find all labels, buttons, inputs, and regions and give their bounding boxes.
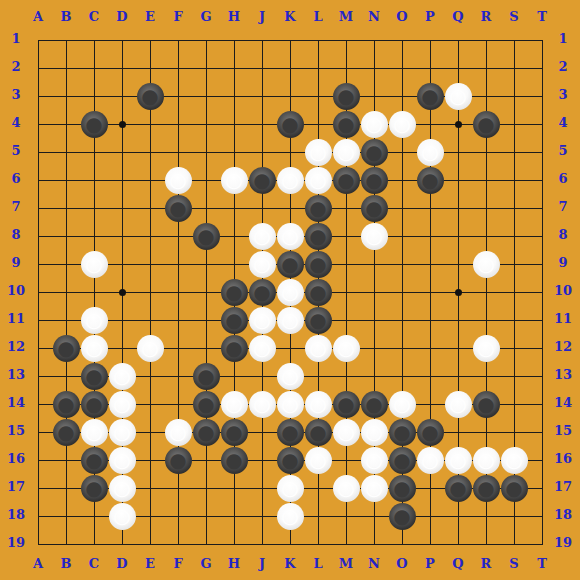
black-stone-C14: ● (81, 391, 108, 418)
row-label: 6 (550, 171, 576, 186)
column-label: Q (444, 9, 472, 24)
white-stone-M17: ○ (333, 475, 360, 502)
column-label: B (52, 9, 80, 24)
black-stone-L11: ● (305, 307, 332, 334)
black-stone-N7: ● (361, 195, 388, 222)
white-stone-D14: ○ (109, 391, 136, 418)
black-stone-O18: ● (389, 503, 416, 530)
column-label: K (276, 556, 304, 571)
column-label: M (332, 556, 360, 571)
black-stone-B14: ● (53, 391, 80, 418)
row-label: 5 (3, 143, 29, 158)
column-label: D (108, 9, 136, 24)
black-stone-J6: ● (249, 167, 276, 194)
black-stone-P6: ● (417, 167, 444, 194)
white-stone-L12: ○ (305, 335, 332, 362)
white-stone-K14: ○ (277, 391, 304, 418)
black-stone-L15: ● (305, 419, 332, 446)
black-stone-M3: ● (333, 83, 360, 110)
column-label: H (220, 9, 248, 24)
black-stone-F7: ● (165, 195, 192, 222)
black-stone-C13: ● (81, 363, 108, 390)
column-label: H (220, 556, 248, 571)
white-stone-R16: ○ (473, 447, 500, 474)
black-stone-G13: ● (193, 363, 220, 390)
row-label: 8 (3, 227, 29, 242)
column-label: G (192, 9, 220, 24)
column-label: K (276, 9, 304, 24)
white-stone-R12: ○ (473, 335, 500, 362)
row-label: 3 (550, 87, 576, 102)
row-label: 2 (3, 59, 29, 74)
row-label: 2 (550, 59, 576, 74)
black-stone-O16: ● (389, 447, 416, 474)
black-stone-C17: ● (81, 475, 108, 502)
row-label: 1 (550, 31, 576, 46)
white-stone-S16: ○ (501, 447, 528, 474)
column-label: C (80, 556, 108, 571)
black-stone-F16: ● (165, 447, 192, 474)
black-stone-E3: ● (137, 83, 164, 110)
row-label: 4 (3, 115, 29, 130)
column-label: J (248, 556, 276, 571)
black-stone-O17: ● (389, 475, 416, 502)
black-stone-R4: ● (473, 111, 500, 138)
white-stone-N4: ○ (361, 111, 388, 138)
row-label: 7 (3, 199, 29, 214)
column-label: L (304, 556, 332, 571)
row-label: 12 (550, 339, 576, 354)
black-stone-B12: ● (53, 335, 80, 362)
row-label: 10 (3, 283, 29, 298)
row-label: 5 (550, 143, 576, 158)
white-stone-J14: ○ (249, 391, 276, 418)
white-stone-D18: ○ (109, 503, 136, 530)
black-stone-S17: ● (501, 475, 528, 502)
black-stone-H15: ● (221, 419, 248, 446)
row-label: 17 (550, 479, 576, 494)
white-stone-H14: ○ (221, 391, 248, 418)
column-label: F (164, 556, 192, 571)
row-label: 10 (550, 283, 576, 298)
black-stone-R17: ● (473, 475, 500, 502)
column-label: E (136, 9, 164, 24)
white-stone-D17: ○ (109, 475, 136, 502)
black-stone-M6: ● (333, 167, 360, 194)
white-stone-F15: ○ (165, 419, 192, 446)
column-label: M (332, 9, 360, 24)
white-stone-M12: ○ (333, 335, 360, 362)
white-stone-Q16: ○ (445, 447, 472, 474)
white-stone-C12: ○ (81, 335, 108, 362)
row-label: 18 (3, 507, 29, 522)
black-stone-B15: ● (53, 419, 80, 446)
white-stone-C9: ○ (81, 251, 108, 278)
row-label: 11 (550, 311, 576, 326)
white-stone-L16: ○ (305, 447, 332, 474)
column-label: R (472, 9, 500, 24)
white-stone-K10: ○ (277, 279, 304, 306)
row-label: 14 (550, 395, 576, 410)
column-label: S (500, 556, 528, 571)
white-stone-D15: ○ (109, 419, 136, 446)
row-label: 14 (3, 395, 29, 410)
column-label: C (80, 9, 108, 24)
black-stone-R14: ● (473, 391, 500, 418)
white-stone-P16: ○ (417, 447, 444, 474)
column-label: J (248, 9, 276, 24)
column-label: N (360, 556, 388, 571)
column-label: P (416, 556, 444, 571)
row-label: 4 (550, 115, 576, 130)
row-label: 9 (550, 255, 576, 270)
column-label: O (388, 9, 416, 24)
black-stone-K16: ● (277, 447, 304, 474)
white-stone-K18: ○ (277, 503, 304, 530)
black-stone-P3: ● (417, 83, 444, 110)
black-stone-H10: ● (221, 279, 248, 306)
column-label: O (388, 556, 416, 571)
black-stone-N5: ● (361, 139, 388, 166)
white-stone-D13: ○ (109, 363, 136, 390)
white-stone-L6: ○ (305, 167, 332, 194)
white-stone-K8: ○ (277, 223, 304, 250)
column-label: L (304, 9, 332, 24)
black-stone-P15: ● (417, 419, 444, 446)
column-label: D (108, 556, 136, 571)
white-stone-J11: ○ (249, 307, 276, 334)
row-label: 1 (3, 31, 29, 46)
column-label: P (416, 9, 444, 24)
white-stone-K17: ○ (277, 475, 304, 502)
column-label: T (528, 9, 556, 24)
column-label: Q (444, 556, 472, 571)
white-stone-M15: ○ (333, 419, 360, 446)
row-label: 19 (3, 535, 29, 550)
row-label: 13 (3, 367, 29, 382)
white-stone-P5: ○ (417, 139, 444, 166)
black-stone-H12: ● (221, 335, 248, 362)
black-stone-H11: ● (221, 307, 248, 334)
white-stone-N16: ○ (361, 447, 388, 474)
black-stone-L8: ● (305, 223, 332, 250)
white-stone-K13: ○ (277, 363, 304, 390)
row-label: 18 (550, 507, 576, 522)
white-stone-K11: ○ (277, 307, 304, 334)
black-stone-K9: ● (277, 251, 304, 278)
column-label: B (52, 556, 80, 571)
column-label: G (192, 556, 220, 571)
row-label: 3 (3, 87, 29, 102)
black-stone-K4: ● (277, 111, 304, 138)
white-stone-C11: ○ (81, 307, 108, 334)
white-stone-O14: ○ (389, 391, 416, 418)
row-label: 13 (550, 367, 576, 382)
black-stone-C4: ● (81, 111, 108, 138)
column-label: F (164, 9, 192, 24)
column-label: T (528, 556, 556, 571)
row-label: 16 (3, 451, 29, 466)
black-stone-N14: ● (361, 391, 388, 418)
row-label: 12 (3, 339, 29, 354)
black-stone-C16: ● (81, 447, 108, 474)
white-stone-M5: ○ (333, 139, 360, 166)
row-label: 7 (550, 199, 576, 214)
column-label: A (24, 9, 52, 24)
black-stone-J10: ● (249, 279, 276, 306)
white-stone-N15: ○ (361, 419, 388, 446)
row-label: 16 (550, 451, 576, 466)
white-stone-K6: ○ (277, 167, 304, 194)
row-label: 19 (550, 535, 576, 550)
row-label: 8 (550, 227, 576, 242)
black-stone-L9: ● (305, 251, 332, 278)
row-label: 17 (3, 479, 29, 494)
white-stone-J12: ○ (249, 335, 276, 362)
go-board[interactable]: ●●●○●●●○○●○○●○○○●○○●●●●●●●○○●○○○●●○●●○●○… (0, 0, 580, 580)
stone-layer: ●●●○●●●○○●○○●○○○●○○●●●●●●●○○●○○○●●○●●○●○… (24, 26, 556, 558)
black-stone-G8: ● (193, 223, 220, 250)
row-label: 9 (3, 255, 29, 270)
row-label: 11 (3, 311, 29, 326)
white-stone-N17: ○ (361, 475, 388, 502)
black-stone-Q17: ● (445, 475, 472, 502)
black-stone-N6: ● (361, 167, 388, 194)
white-stone-L5: ○ (305, 139, 332, 166)
black-stone-K15: ● (277, 419, 304, 446)
black-stone-M4: ● (333, 111, 360, 138)
black-stone-G15: ● (193, 419, 220, 446)
white-stone-J8: ○ (249, 223, 276, 250)
column-label: N (360, 9, 388, 24)
row-label: 15 (550, 423, 576, 438)
white-stone-R9: ○ (473, 251, 500, 278)
white-stone-Q14: ○ (445, 391, 472, 418)
white-stone-E12: ○ (137, 335, 164, 362)
row-label: 6 (3, 171, 29, 186)
column-label: A (24, 556, 52, 571)
white-stone-L14: ○ (305, 391, 332, 418)
white-stone-D16: ○ (109, 447, 136, 474)
white-stone-H6: ○ (221, 167, 248, 194)
white-stone-N8: ○ (361, 223, 388, 250)
column-label: S (500, 9, 528, 24)
black-stone-O15: ● (389, 419, 416, 446)
white-stone-O4: ○ (389, 111, 416, 138)
white-stone-C15: ○ (81, 419, 108, 446)
white-stone-F6: ○ (165, 167, 192, 194)
row-label: 15 (3, 423, 29, 438)
black-stone-G14: ● (193, 391, 220, 418)
white-stone-Q3: ○ (445, 83, 472, 110)
column-label: R (472, 556, 500, 571)
black-stone-H16: ● (221, 447, 248, 474)
black-stone-L10: ● (305, 279, 332, 306)
black-stone-L7: ● (305, 195, 332, 222)
black-stone-M14: ● (333, 391, 360, 418)
white-stone-J9: ○ (249, 251, 276, 278)
column-label: E (136, 556, 164, 571)
